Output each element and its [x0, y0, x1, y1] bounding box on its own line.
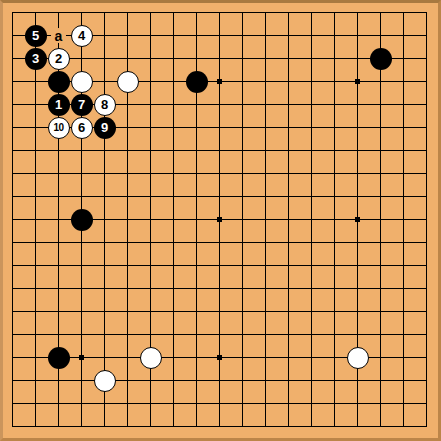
white-stone-move-10: 10	[48, 117, 70, 139]
black-stone-move-9: 9	[94, 117, 116, 139]
white-stone-move-6: 6	[71, 117, 93, 139]
star-point	[217, 355, 222, 360]
move-number: 8	[101, 98, 108, 111]
black-stone	[370, 48, 392, 70]
star-point	[217, 217, 222, 222]
black-stone	[48, 347, 70, 369]
move-number: 6	[78, 121, 85, 134]
move-number: 9	[101, 121, 108, 134]
white-stone	[347, 347, 369, 369]
black-stone-move-5: 5	[25, 25, 47, 47]
board-grid: 54321781069a	[1, 1, 438, 438]
white-stone	[71, 71, 93, 93]
move-number: 1	[55, 98, 62, 111]
star-point	[355, 79, 360, 84]
star-point	[355, 217, 360, 222]
white-stone	[94, 370, 116, 392]
star-point	[217, 79, 222, 84]
black-stone-move-3: 3	[25, 48, 47, 70]
go-board: 54321781069a	[0, 0, 441, 441]
point-label-a: a	[51, 28, 66, 43]
black-stone	[186, 71, 208, 93]
move-number: 4	[78, 29, 85, 42]
black-stone	[71, 209, 93, 231]
white-stone	[140, 347, 162, 369]
point-label-text: a	[55, 29, 63, 43]
star-point	[79, 355, 84, 360]
move-number: 10	[53, 123, 63, 133]
white-stone	[117, 71, 139, 93]
black-stone-move-1: 1	[48, 94, 70, 116]
white-stone-move-8: 8	[94, 94, 116, 116]
move-number: 5	[32, 29, 39, 42]
move-number: 3	[32, 52, 39, 65]
black-stone	[48, 71, 70, 93]
white-stone-move-4: 4	[71, 25, 93, 47]
move-number: 2	[55, 52, 62, 65]
move-number: 7	[78, 98, 85, 111]
white-stone-move-2: 2	[48, 48, 70, 70]
black-stone-move-7: 7	[71, 94, 93, 116]
